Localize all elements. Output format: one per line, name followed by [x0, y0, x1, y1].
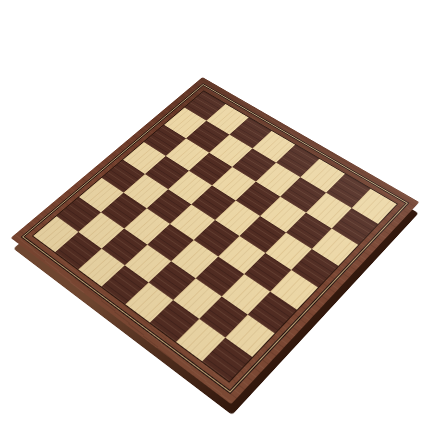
photo-background	[0, 0, 425, 425]
chess-board	[10, 77, 419, 404]
playing-area	[33, 91, 396, 381]
board-frame	[10, 77, 419, 404]
